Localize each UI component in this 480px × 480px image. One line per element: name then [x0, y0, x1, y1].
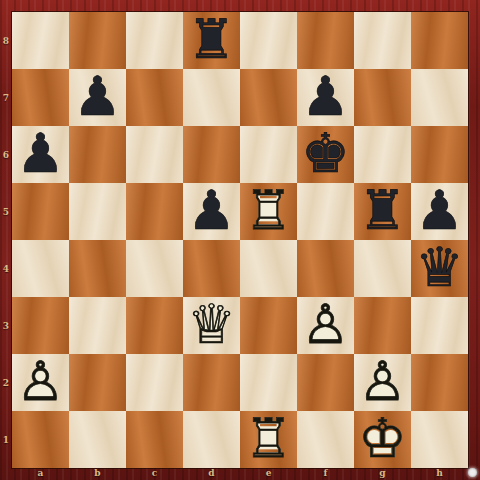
square-f1[interactable] — [297, 411, 354, 468]
square-d5[interactable]: ♟ — [183, 183, 240, 240]
white-rook-glyph-outline: ♖ — [240, 183, 297, 240]
square-g4[interactable] — [354, 240, 411, 297]
square-g1[interactable]: ♚♔ — [354, 411, 411, 468]
square-c3[interactable] — [126, 297, 183, 354]
square-b3[interactable] — [69, 297, 126, 354]
file-label-e: e — [240, 466, 297, 480]
square-a2[interactable]: ♟♙ — [12, 354, 69, 411]
square-a8[interactable] — [12, 12, 69, 69]
piece-white-king-g1[interactable]: ♚♔ — [354, 411, 411, 468]
square-c8[interactable] — [126, 12, 183, 69]
square-e6[interactable] — [240, 126, 297, 183]
square-h8[interactable] — [411, 12, 468, 69]
file-label-b: b — [69, 466, 126, 480]
rank-label-7: 7 — [0, 69, 12, 126]
black-rook-glyph-fill: ♜ — [354, 183, 411, 240]
square-f8[interactable] — [297, 12, 354, 69]
chess-board: ♜♟♟♟♚♟♜♖♜♟♛♛♕♟♙♟♙♟♙♜♖♚♔ — [12, 12, 468, 468]
square-h5[interactable]: ♟ — [411, 183, 468, 240]
square-b8[interactable] — [69, 12, 126, 69]
square-c6[interactable] — [126, 126, 183, 183]
square-h6[interactable] — [411, 126, 468, 183]
white-pawn-glyph-fill: ♟ — [354, 354, 411, 411]
white-pawn-glyph-outline: ♙ — [297, 297, 354, 354]
square-f4[interactable] — [297, 240, 354, 297]
piece-white-rook-e1[interactable]: ♜♖ — [240, 411, 297, 468]
piece-black-king-f6[interactable]: ♚ — [297, 126, 354, 183]
white-pawn-glyph-fill: ♟ — [12, 354, 69, 411]
square-b2[interactable] — [69, 354, 126, 411]
square-a1[interactable] — [12, 411, 69, 468]
square-a7[interactable] — [12, 69, 69, 126]
rank-label-3: 3 — [0, 297, 12, 354]
square-e2[interactable] — [240, 354, 297, 411]
white-king-glyph-fill: ♚ — [354, 411, 411, 468]
square-g8[interactable] — [354, 12, 411, 69]
square-b6[interactable] — [69, 126, 126, 183]
square-e7[interactable] — [240, 69, 297, 126]
piece-black-pawn-f7[interactable]: ♟ — [297, 69, 354, 126]
square-a4[interactable] — [12, 240, 69, 297]
square-e4[interactable] — [240, 240, 297, 297]
square-d1[interactable] — [183, 411, 240, 468]
square-c7[interactable] — [126, 69, 183, 126]
white-king-glyph-outline: ♔ — [354, 411, 411, 468]
piece-black-queen-h4[interactable]: ♛ — [411, 240, 468, 297]
square-c4[interactable] — [126, 240, 183, 297]
square-c1[interactable] — [126, 411, 183, 468]
black-king-glyph-fill: ♚ — [297, 126, 354, 183]
square-b4[interactable] — [69, 240, 126, 297]
square-f6[interactable]: ♚ — [297, 126, 354, 183]
white-pawn-glyph-outline: ♙ — [12, 354, 69, 411]
side-to-move-indicator — [468, 468, 477, 477]
rank-label-8: 8 — [0, 12, 12, 69]
file-label-a: a — [12, 466, 69, 480]
black-rook-glyph-fill: ♜ — [183, 12, 240, 69]
square-a3[interactable] — [12, 297, 69, 354]
piece-black-pawn-b7[interactable]: ♟ — [69, 69, 126, 126]
rank-label-2: 2 — [0, 354, 12, 411]
piece-white-rook-e5[interactable]: ♜♖ — [240, 183, 297, 240]
piece-black-pawn-a6[interactable]: ♟ — [12, 126, 69, 183]
square-b7[interactable]: ♟ — [69, 69, 126, 126]
square-e5[interactable]: ♜♖ — [240, 183, 297, 240]
square-h3[interactable] — [411, 297, 468, 354]
square-c2[interactable] — [126, 354, 183, 411]
white-rook-glyph-outline: ♖ — [240, 411, 297, 468]
file-label-f: f — [297, 466, 354, 480]
square-d4[interactable] — [183, 240, 240, 297]
square-h4[interactable]: ♛ — [411, 240, 468, 297]
black-pawn-glyph-fill: ♟ — [69, 69, 126, 126]
white-pawn-glyph-fill: ♟ — [297, 297, 354, 354]
square-c5[interactable] — [126, 183, 183, 240]
black-queen-glyph-fill: ♛ — [411, 240, 468, 297]
chess-board-frame: ♜♟♟♟♚♟♜♖♜♟♛♛♕♟♙♟♙♟♙♜♖♚♔ 87654321 abcdefg… — [0, 0, 480, 480]
black-pawn-glyph-fill: ♟ — [411, 183, 468, 240]
square-d3[interactable]: ♛♕ — [183, 297, 240, 354]
square-g3[interactable] — [354, 297, 411, 354]
file-label-d: d — [183, 466, 240, 480]
file-label-g: g — [354, 466, 411, 480]
square-d7[interactable] — [183, 69, 240, 126]
square-g6[interactable] — [354, 126, 411, 183]
square-f2[interactable] — [297, 354, 354, 411]
square-g2[interactable]: ♟♙ — [354, 354, 411, 411]
square-f3[interactable]: ♟♙ — [297, 297, 354, 354]
square-b1[interactable] — [69, 411, 126, 468]
rank-label-1: 1 — [0, 411, 12, 468]
piece-black-pawn-h5[interactable]: ♟ — [411, 183, 468, 240]
black-pawn-glyph-fill: ♟ — [297, 69, 354, 126]
piece-white-pawn-a2[interactable]: ♟♙ — [12, 354, 69, 411]
square-f5[interactable] — [297, 183, 354, 240]
rank-label-6: 6 — [0, 126, 12, 183]
square-e1[interactable]: ♜♖ — [240, 411, 297, 468]
square-e8[interactable] — [240, 12, 297, 69]
square-h1[interactable] — [411, 411, 468, 468]
rank-label-5: 5 — [0, 183, 12, 240]
white-queen-glyph-outline: ♕ — [183, 297, 240, 354]
piece-black-rook-d8[interactable]: ♜ — [183, 12, 240, 69]
square-d2[interactable] — [183, 354, 240, 411]
piece-black-pawn-d5[interactable]: ♟ — [183, 183, 240, 240]
square-h2[interactable] — [411, 354, 468, 411]
rank-label-4: 4 — [0, 240, 12, 297]
square-d8[interactable]: ♜ — [183, 12, 240, 69]
piece-white-pawn-g2[interactable]: ♟♙ — [354, 354, 411, 411]
square-g5[interactable]: ♜ — [354, 183, 411, 240]
square-d6[interactable] — [183, 126, 240, 183]
piece-white-queen-d3[interactable]: ♛♕ — [183, 297, 240, 354]
white-queen-glyph-fill: ♛ — [183, 297, 240, 354]
black-pawn-glyph-fill: ♟ — [183, 183, 240, 240]
piece-black-rook-g5[interactable]: ♜ — [354, 183, 411, 240]
square-e3[interactable] — [240, 297, 297, 354]
square-g7[interactable] — [354, 69, 411, 126]
file-label-h: h — [411, 466, 468, 480]
white-pawn-glyph-outline: ♙ — [354, 354, 411, 411]
square-b5[interactable] — [69, 183, 126, 240]
white-rook-glyph-fill: ♜ — [240, 411, 297, 468]
white-rook-glyph-fill: ♜ — [240, 183, 297, 240]
square-f7[interactable]: ♟ — [297, 69, 354, 126]
black-pawn-glyph-fill: ♟ — [12, 126, 69, 183]
square-h7[interactable] — [411, 69, 468, 126]
square-a5[interactable] — [12, 183, 69, 240]
square-a6[interactable]: ♟ — [12, 126, 69, 183]
file-label-c: c — [126, 466, 183, 480]
piece-white-pawn-f3[interactable]: ♟♙ — [297, 297, 354, 354]
